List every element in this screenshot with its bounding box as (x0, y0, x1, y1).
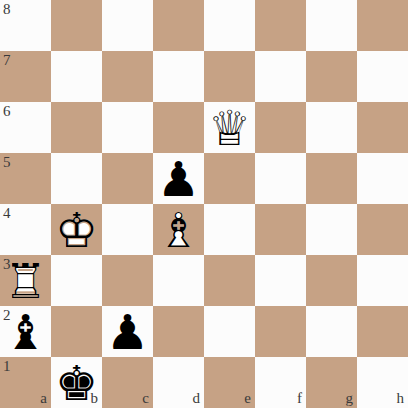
square-c4[interactable] (102, 204, 153, 255)
square-h3[interactable] (357, 255, 408, 306)
square-e4[interactable] (204, 204, 255, 255)
square-d8[interactable] (153, 0, 204, 51)
square-g7[interactable] (306, 51, 357, 102)
piece-glyph: ♝ (0, 306, 51, 357)
square-h7[interactable] (357, 51, 408, 102)
chess-board: 876♛♕5♟4♚♔♝♗3♜♖2♝♟1ab♚cdefgh (0, 0, 408, 408)
square-c5[interactable] (102, 153, 153, 204)
piece-glyph-outline: ♕ (204, 102, 255, 153)
square-d5[interactable]: ♟ (153, 153, 204, 204)
square-a5[interactable]: 5 (0, 153, 51, 204)
piece-glyph-fill: ♝ (153, 204, 204, 255)
piece-glyph-fill: ♜ (0, 255, 51, 306)
square-f5[interactable] (255, 153, 306, 204)
square-g4[interactable] (306, 204, 357, 255)
square-h1[interactable]: h (357, 357, 408, 408)
square-f6[interactable] (255, 102, 306, 153)
square-f2[interactable] (255, 306, 306, 357)
rank-label-6: 6 (3, 104, 11, 119)
square-b2[interactable] (51, 306, 102, 357)
square-h8[interactable] (357, 0, 408, 51)
square-c6[interactable] (102, 102, 153, 153)
square-a7[interactable]: 7 (0, 51, 51, 102)
square-a1[interactable]: 1a (0, 357, 51, 408)
piece-glyph-outline: ♔ (51, 204, 102, 255)
square-f3[interactable] (255, 255, 306, 306)
square-c2[interactable]: ♟ (102, 306, 153, 357)
piece-glyph-fill: ♚ (51, 204, 102, 255)
square-f4[interactable] (255, 204, 306, 255)
square-d2[interactable] (153, 306, 204, 357)
square-f8[interactable] (255, 0, 306, 51)
black-pawn: ♟ (102, 306, 153, 357)
square-e2[interactable] (204, 306, 255, 357)
white-rook: ♜♖ (0, 255, 51, 306)
black-bishop: ♝ (0, 306, 51, 357)
square-h5[interactable] (357, 153, 408, 204)
file-label-d: d (193, 391, 201, 406)
square-c8[interactable] (102, 0, 153, 51)
square-c7[interactable] (102, 51, 153, 102)
square-e7[interactable] (204, 51, 255, 102)
piece-glyph-outline: ♗ (153, 204, 204, 255)
square-h6[interactable] (357, 102, 408, 153)
square-b3[interactable] (51, 255, 102, 306)
file-label-e: e (244, 391, 251, 406)
piece-glyph: ♚ (51, 357, 102, 408)
square-a3[interactable]: 3♜♖ (0, 255, 51, 306)
rank-label-4: 4 (3, 206, 11, 221)
white-bishop: ♝♗ (153, 204, 204, 255)
square-b5[interactable] (51, 153, 102, 204)
square-c3[interactable] (102, 255, 153, 306)
square-b6[interactable] (51, 102, 102, 153)
square-b8[interactable] (51, 0, 102, 51)
piece-glyph-outline: ♖ (0, 255, 51, 306)
file-label-a: a (40, 391, 47, 406)
white-queen: ♛♕ (204, 102, 255, 153)
file-label-g: g (346, 391, 354, 406)
black-pawn: ♟ (153, 153, 204, 204)
square-g6[interactable] (306, 102, 357, 153)
square-g2[interactable] (306, 306, 357, 357)
square-e1[interactable]: e (204, 357, 255, 408)
piece-glyph: ♟ (153, 153, 204, 204)
square-d7[interactable] (153, 51, 204, 102)
square-h2[interactable] (357, 306, 408, 357)
piece-glyph: ♟ (102, 306, 153, 357)
file-label-b: b (91, 391, 99, 406)
square-e6[interactable]: ♛♕ (204, 102, 255, 153)
square-c1[interactable]: c (102, 357, 153, 408)
square-d4[interactable]: ♝♗ (153, 204, 204, 255)
square-g8[interactable] (306, 0, 357, 51)
square-e8[interactable] (204, 0, 255, 51)
square-b4[interactable]: ♚♔ (51, 204, 102, 255)
rank-label-1: 1 (3, 359, 11, 374)
square-g1[interactable]: g (306, 357, 357, 408)
square-a6[interactable]: 6 (0, 102, 51, 153)
square-g3[interactable] (306, 255, 357, 306)
square-d1[interactable]: d (153, 357, 204, 408)
rank-label-2: 2 (3, 308, 11, 323)
square-h4[interactable] (357, 204, 408, 255)
rank-label-3: 3 (3, 257, 11, 272)
square-e3[interactable] (204, 255, 255, 306)
square-g5[interactable] (306, 153, 357, 204)
square-b7[interactable] (51, 51, 102, 102)
file-label-h: h (397, 391, 405, 406)
square-a2[interactable]: 2♝ (0, 306, 51, 357)
square-a8[interactable]: 8 (0, 0, 51, 51)
piece-glyph-fill: ♛ (204, 102, 255, 153)
file-label-f: f (297, 391, 302, 406)
square-d6[interactable] (153, 102, 204, 153)
square-f1[interactable]: f (255, 357, 306, 408)
square-d3[interactable] (153, 255, 204, 306)
square-f7[interactable] (255, 51, 306, 102)
rank-label-8: 8 (3, 2, 11, 17)
square-b1[interactable]: b♚ (51, 357, 102, 408)
rank-label-7: 7 (3, 53, 11, 68)
file-label-c: c (142, 391, 149, 406)
black-king: ♚ (51, 357, 102, 408)
white-king: ♚♔ (51, 204, 102, 255)
square-e5[interactable] (204, 153, 255, 204)
square-a4[interactable]: 4 (0, 204, 51, 255)
rank-label-5: 5 (3, 155, 11, 170)
